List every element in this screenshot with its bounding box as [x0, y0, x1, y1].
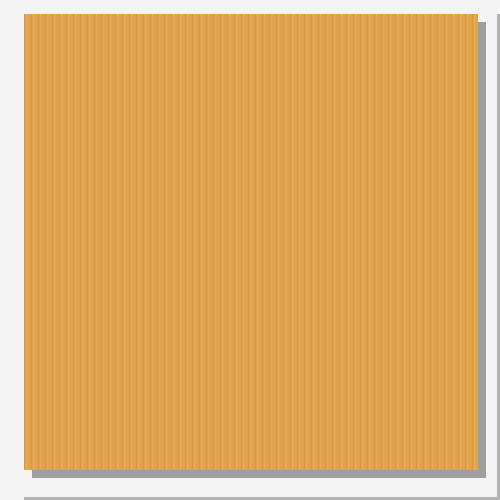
go-board[interactable] [24, 14, 478, 470]
go-diagram-screenshot: { "game": "go", "board_size": 19, "colum… [0, 0, 500, 500]
